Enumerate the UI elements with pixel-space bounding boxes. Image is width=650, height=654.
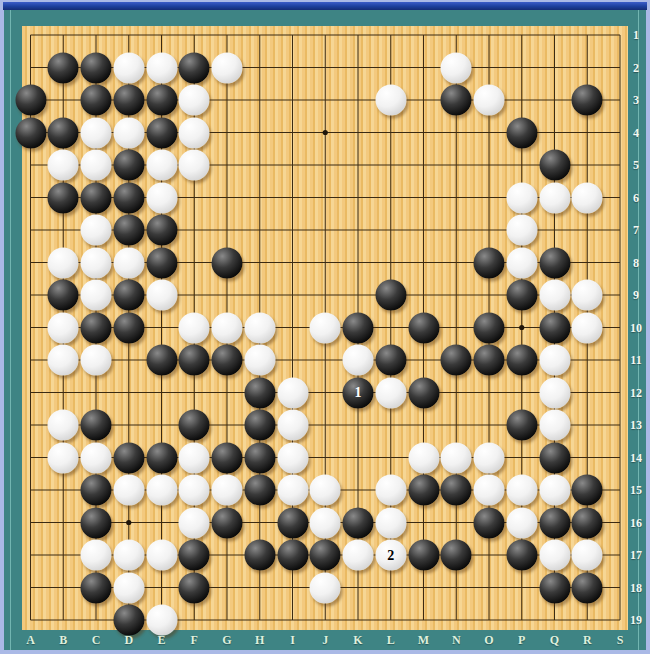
black-stone-A3[interactable] <box>15 85 46 116</box>
white-stone-E5[interactable] <box>146 150 177 181</box>
black-stone-B2[interactable] <box>48 52 79 83</box>
black-stone-C10[interactable] <box>81 312 112 343</box>
white-stone-E9[interactable] <box>146 280 177 311</box>
white-stone-F4[interactable] <box>179 117 210 148</box>
black-stone-D7[interactable] <box>113 215 144 246</box>
white-stone-J10[interactable] <box>310 312 341 343</box>
black-stone-D14[interactable] <box>113 442 144 473</box>
black-stone-H15[interactable] <box>244 475 275 506</box>
black-stone-C13[interactable] <box>81 410 112 441</box>
white-stone-G10[interactable] <box>212 312 243 343</box>
white-stone-D15[interactable] <box>113 475 144 506</box>
white-stone-B13[interactable] <box>48 410 79 441</box>
white-stone-E17[interactable] <box>146 540 177 571</box>
black-stone-D19[interactable] <box>113 605 144 636</box>
white-stone-I14[interactable] <box>277 442 308 473</box>
white-stone-D2[interactable] <box>113 52 144 83</box>
row-label-2: 2 <box>633 60 639 75</box>
white-stone-O14[interactable] <box>474 442 505 473</box>
black-stone-K10[interactable] <box>343 312 374 343</box>
col-label-S: S <box>617 633 624 648</box>
black-stone-C15[interactable] <box>81 475 112 506</box>
black-stone-C16[interactable] <box>81 507 112 538</box>
white-stone-P15[interactable] <box>506 475 537 506</box>
black-stone-H13[interactable] <box>244 410 275 441</box>
black-stone-N11[interactable] <box>441 345 472 376</box>
black-stone-P4[interactable] <box>506 117 537 148</box>
row-label-11: 11 <box>630 353 641 368</box>
white-stone-C7[interactable] <box>81 215 112 246</box>
move-number-label: 2 <box>387 548 394 562</box>
white-stone-J15[interactable] <box>310 475 341 506</box>
black-stone-D10[interactable] <box>113 312 144 343</box>
row-label-17: 17 <box>630 548 642 563</box>
row-label-15: 15 <box>630 483 642 498</box>
col-label-M: M <box>418 633 429 648</box>
white-stone-P6[interactable] <box>506 182 537 213</box>
black-stone-K12[interactable]: 1 <box>343 377 374 408</box>
black-stone-P13[interactable] <box>506 410 537 441</box>
white-stone-C14[interactable] <box>81 442 112 473</box>
white-stone-E6[interactable] <box>146 182 177 213</box>
white-stone-N2[interactable] <box>441 52 472 83</box>
black-stone-K16[interactable] <box>343 507 374 538</box>
black-stone-G8[interactable] <box>212 247 243 278</box>
row-label-3: 3 <box>633 93 639 108</box>
black-stone-L9[interactable] <box>375 280 406 311</box>
black-stone-C3[interactable] <box>81 85 112 116</box>
white-stone-O15[interactable] <box>474 475 505 506</box>
row-label-6: 6 <box>633 190 639 205</box>
white-stone-B10[interactable] <box>48 312 79 343</box>
col-label-E: E <box>157 633 165 648</box>
white-stone-E19[interactable] <box>146 605 177 636</box>
row-label-14: 14 <box>630 450 642 465</box>
white-stone-F16[interactable] <box>179 507 210 538</box>
row-label-19: 19 <box>630 613 642 628</box>
black-stone-E3[interactable] <box>146 85 177 116</box>
go-application-window: { "game": "go", "window": { "title": "" … <box>0 0 650 654</box>
black-stone-D6[interactable] <box>113 182 144 213</box>
board-chrome-panel: 12 ABCDEFGHIJKLMNOPQRS 12345678910111213… <box>4 10 646 650</box>
black-stone-L11[interactable] <box>375 345 406 376</box>
row-label-8: 8 <box>633 255 639 270</box>
black-stone-H12[interactable] <box>244 377 275 408</box>
black-stone-M17[interactable] <box>408 540 439 571</box>
col-label-D: D <box>124 633 133 648</box>
white-stone-R17[interactable] <box>572 540 603 571</box>
black-stone-F17[interactable] <box>179 540 210 571</box>
white-stone-G2[interactable] <box>212 52 243 83</box>
white-stone-F15[interactable] <box>179 475 210 506</box>
black-stone-E14[interactable] <box>146 442 177 473</box>
black-stone-M12[interactable] <box>408 377 439 408</box>
white-stone-C9[interactable] <box>81 280 112 311</box>
white-stone-C8[interactable] <box>81 247 112 278</box>
col-label-C: C <box>92 633 101 648</box>
black-stone-B4[interactable] <box>48 117 79 148</box>
white-stone-C17[interactable] <box>81 540 112 571</box>
black-stone-D3[interactable] <box>113 85 144 116</box>
black-stone-Q18[interactable] <box>539 572 570 603</box>
col-label-P: P <box>518 633 525 648</box>
white-stone-C5[interactable] <box>81 150 112 181</box>
go-board[interactable]: 12 <box>22 26 628 630</box>
black-stone-O8[interactable] <box>474 247 505 278</box>
black-stone-F2[interactable] <box>179 52 210 83</box>
black-stone-M15[interactable] <box>408 475 439 506</box>
white-stone-E15[interactable] <box>146 475 177 506</box>
black-stone-R18[interactable] <box>572 572 603 603</box>
white-stone-Q17[interactable] <box>539 540 570 571</box>
col-label-L: L <box>387 633 395 648</box>
white-stone-D4[interactable] <box>113 117 144 148</box>
white-stone-L16[interactable] <box>375 507 406 538</box>
black-stone-Q16[interactable] <box>539 507 570 538</box>
white-stone-C4[interactable] <box>81 117 112 148</box>
col-label-B: B <box>59 633 67 648</box>
white-stone-D8[interactable] <box>113 247 144 278</box>
white-stone-F10[interactable] <box>179 312 210 343</box>
black-stone-A4[interactable] <box>15 117 46 148</box>
white-stone-E2[interactable] <box>146 52 177 83</box>
white-stone-Q6[interactable] <box>539 182 570 213</box>
black-stone-R15[interactable] <box>572 475 603 506</box>
black-stone-N15[interactable] <box>441 475 472 506</box>
white-stone-D18[interactable] <box>113 572 144 603</box>
black-stone-C6[interactable] <box>81 182 112 213</box>
white-stone-Q13[interactable] <box>539 410 570 441</box>
white-stone-L17[interactable]: 2 <box>375 540 406 571</box>
left-edge-highlight <box>10 10 11 650</box>
black-stone-P11[interactable] <box>506 345 537 376</box>
white-stone-K17[interactable] <box>343 540 374 571</box>
white-stone-F14[interactable] <box>179 442 210 473</box>
black-stone-Q8[interactable] <box>539 247 570 278</box>
white-stone-I15[interactable] <box>277 475 308 506</box>
col-label-R: R <box>583 633 592 648</box>
white-stone-Q15[interactable] <box>539 475 570 506</box>
black-stone-P17[interactable] <box>506 540 537 571</box>
white-stone-H11[interactable] <box>244 345 275 376</box>
black-stone-F13[interactable] <box>179 410 210 441</box>
white-stone-D17[interactable] <box>113 540 144 571</box>
white-stone-M14[interactable] <box>408 442 439 473</box>
black-stone-G14[interactable] <box>212 442 243 473</box>
black-stone-O10[interactable] <box>474 312 505 343</box>
window-title-bar <box>3 2 647 10</box>
white-stone-H10[interactable] <box>244 312 275 343</box>
black-stone-H14[interactable] <box>244 442 275 473</box>
row-label-9: 9 <box>633 288 639 303</box>
black-stone-O16[interactable] <box>474 507 505 538</box>
black-stone-E4[interactable] <box>146 117 177 148</box>
black-stone-P9[interactable] <box>506 280 537 311</box>
move-number-label: 1 <box>355 386 362 400</box>
black-stone-Q5[interactable] <box>539 150 570 181</box>
white-stone-B8[interactable] <box>48 247 79 278</box>
white-stone-J16[interactable] <box>310 507 341 538</box>
col-label-I: I <box>290 633 295 648</box>
white-stone-P16[interactable] <box>506 507 537 538</box>
white-stone-N14[interactable] <box>441 442 472 473</box>
col-label-G: G <box>222 633 231 648</box>
black-stone-I17[interactable] <box>277 540 308 571</box>
white-stone-B11[interactable] <box>48 345 79 376</box>
black-stone-R3[interactable] <box>572 85 603 116</box>
white-stone-G15[interactable] <box>212 475 243 506</box>
black-stone-C2[interactable] <box>81 52 112 83</box>
black-stone-N17[interactable] <box>441 540 472 571</box>
white-stone-L3[interactable] <box>375 85 406 116</box>
row-label-4: 4 <box>633 125 639 140</box>
black-stone-H17[interactable] <box>244 540 275 571</box>
white-stone-J18[interactable] <box>310 572 341 603</box>
col-label-Q: Q <box>550 633 559 648</box>
black-stone-E7[interactable] <box>146 215 177 246</box>
col-label-H: H <box>255 633 264 648</box>
col-label-J: J <box>322 633 328 648</box>
black-stone-B6[interactable] <box>48 182 79 213</box>
white-stone-Q9[interactable] <box>539 280 570 311</box>
black-stone-N3[interactable] <box>441 85 472 116</box>
col-label-K: K <box>353 633 362 648</box>
white-stone-I13[interactable] <box>277 410 308 441</box>
white-stone-Q12[interactable] <box>539 377 570 408</box>
white-stone-P7[interactable] <box>506 215 537 246</box>
white-stone-P8[interactable] <box>506 247 537 278</box>
white-stone-B5[interactable] <box>48 150 79 181</box>
white-stone-F5[interactable] <box>179 150 210 181</box>
black-stone-J17[interactable] <box>310 540 341 571</box>
row-label-10: 10 <box>630 320 642 335</box>
white-stone-R6[interactable] <box>572 182 603 213</box>
black-stone-E8[interactable] <box>146 247 177 278</box>
black-stone-F11[interactable] <box>179 345 210 376</box>
black-stone-D9[interactable] <box>113 280 144 311</box>
black-stone-I16[interactable] <box>277 507 308 538</box>
white-stone-O3[interactable] <box>474 85 505 116</box>
white-stone-R9[interactable] <box>572 280 603 311</box>
black-stone-G11[interactable] <box>212 345 243 376</box>
black-stone-Q14[interactable] <box>539 442 570 473</box>
white-stone-R10[interactable] <box>572 312 603 343</box>
col-label-F: F <box>191 633 198 648</box>
white-stone-B14[interactable] <box>48 442 79 473</box>
black-stone-C18[interactable] <box>81 572 112 603</box>
black-stone-O11[interactable] <box>474 345 505 376</box>
col-label-N: N <box>452 633 461 648</box>
white-stone-L15[interactable] <box>375 475 406 506</box>
black-stone-B9[interactable] <box>48 280 79 311</box>
black-stone-Q10[interactable] <box>539 312 570 343</box>
row-label-13: 13 <box>630 418 642 433</box>
white-stone-Q11[interactable] <box>539 345 570 376</box>
black-stone-F18[interactable] <box>179 572 210 603</box>
white-stone-I12[interactable] <box>277 377 308 408</box>
black-stone-E11[interactable] <box>146 345 177 376</box>
black-stone-R16[interactable] <box>572 507 603 538</box>
row-label-16: 16 <box>630 515 642 530</box>
col-label-O: O <box>484 633 493 648</box>
white-stone-K11[interactable] <box>343 345 374 376</box>
white-stone-F3[interactable] <box>179 85 210 116</box>
black-stone-D5[interactable] <box>113 150 144 181</box>
col-label-A: A <box>26 633 35 648</box>
row-label-1: 1 <box>633 28 639 43</box>
white-stone-C11[interactable] <box>81 345 112 376</box>
white-stone-L12[interactable] <box>375 377 406 408</box>
row-label-5: 5 <box>633 158 639 173</box>
row-label-18: 18 <box>630 580 642 595</box>
black-stone-G16[interactable] <box>212 507 243 538</box>
row-label-12: 12 <box>630 385 642 400</box>
row-label-7: 7 <box>633 223 639 238</box>
black-stone-M10[interactable] <box>408 312 439 343</box>
